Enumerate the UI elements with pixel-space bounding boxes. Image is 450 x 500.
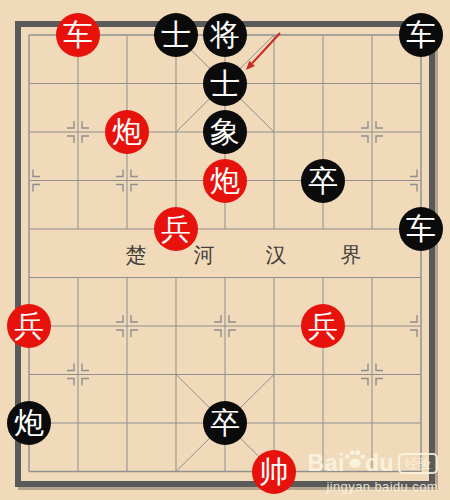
piece-black-soldier[interactable]: 卒 (203, 401, 247, 445)
piece-red-chariot[interactable]: 车 (56, 13, 100, 57)
piece-black-chariot[interactable]: 车 (399, 207, 443, 251)
baidu-paw-icon (343, 448, 367, 470)
piece-black-chariot[interactable]: 车 (399, 13, 443, 57)
watermark-badge: 经验 (398, 453, 438, 474)
watermark-url: jingyan.baidu.com (308, 479, 438, 494)
piece-red-general[interactable]: 帅 (252, 450, 296, 494)
piece-black-advisor[interactable]: 士 (154, 13, 198, 57)
piece-red-cannon[interactable]: 炮 (203, 159, 247, 203)
piece-black-advisor[interactable]: 士 (203, 62, 247, 106)
watermark-brand-row: Bai du 经验 (308, 448, 438, 478)
piece-red-soldier[interactable]: 兵 (7, 304, 51, 348)
piece-black-general[interactable]: 将 (203, 13, 247, 57)
xiangqi-board-diagram: 楚 河 汉 界 车士将车士炮象炮卒兵车兵兵炮卒帅 Bai du 经验 jingy… (0, 0, 450, 500)
piece-black-elephant[interactable]: 象 (203, 110, 247, 154)
baidu-jingyan-watermark: Bai du 经验 jingyan.baidu.com (308, 448, 438, 494)
watermark-brand-right: du (365, 450, 394, 477)
board[interactable]: 车士将车士炮象炮卒兵车兵兵炮卒帅 (5, 11, 446, 496)
watermark-brand-left: Bai (308, 450, 345, 477)
piece-red-soldier[interactable]: 兵 (301, 304, 345, 348)
piece-black-soldier[interactable]: 卒 (301, 159, 345, 203)
piece-red-soldier[interactable]: 兵 (154, 207, 198, 251)
piece-red-cannon[interactable]: 炮 (105, 110, 149, 154)
piece-black-cannon[interactable]: 炮 (7, 401, 51, 445)
